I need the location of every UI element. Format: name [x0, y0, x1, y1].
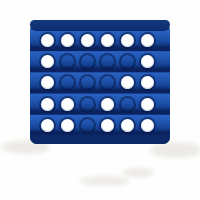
empty-hole [141, 76, 154, 89]
cell-r2c5[interactable] [117, 51, 137, 72]
empty-hole [121, 119, 134, 132]
cell-r1c1[interactable] [37, 30, 57, 51]
red-loose-ball [0, 21, 11, 32]
cell-r3c2[interactable] [57, 72, 77, 93]
empty-hole [101, 34, 114, 47]
cell-r4c5[interactable] [117, 94, 137, 115]
red-loose-ball [0, 0, 10, 10]
connect-four-board [30, 20, 170, 144]
empty-hole [101, 98, 114, 111]
empty-hole [121, 76, 134, 89]
empty-hole [61, 34, 74, 47]
cell-r3c1[interactable] [37, 72, 57, 93]
red-loose-ball [0, 65, 10, 75]
inflatable-connect-four-scene [0, 0, 200, 200]
empty-hole [41, 34, 54, 47]
red-loose-ball [0, 86, 10, 96]
cell-r1c3[interactable] [77, 30, 97, 51]
empty-hole [121, 34, 134, 47]
red-loose-ball [0, 75, 11, 86]
cell-r5c1[interactable] [37, 115, 57, 136]
cell-r5c3[interactable] [77, 115, 97, 136]
cell-r2c2[interactable] [57, 51, 77, 72]
empty-hole [141, 119, 154, 132]
empty-hole [141, 98, 154, 111]
right-base-shadow [150, 142, 200, 158]
cell-r4c4[interactable] [97, 94, 117, 115]
cell-r1c5[interactable] [117, 30, 137, 51]
cell-r4c1[interactable] [37, 94, 57, 115]
red-loose-ball [0, 108, 11, 119]
red-ball [81, 76, 94, 89]
green-ball [81, 119, 94, 132]
empty-hole [41, 76, 54, 89]
cell-r5c2[interactable] [57, 115, 77, 136]
cell-r3c3[interactable] [77, 72, 97, 93]
red-loose-ball [0, 130, 11, 141]
empty-hole [141, 55, 154, 68]
cell-r2c1[interactable] [37, 51, 57, 72]
cell-r2c4[interactable] [97, 51, 117, 72]
red-loose-ball [0, 119, 11, 130]
board-grid [37, 30, 157, 136]
green-ball [121, 98, 134, 111]
red-ball [61, 55, 74, 68]
empty-hole [41, 119, 54, 132]
cell-r4c6[interactable] [137, 94, 157, 115]
cell-r1c4[interactable] [97, 30, 117, 51]
cell-r4c2[interactable] [57, 94, 77, 115]
red-ball [101, 76, 114, 89]
cell-r4c3[interactable] [77, 94, 97, 115]
yellow-loose-ball [0, 191, 11, 200]
empty-hole [101, 119, 114, 132]
empty-hole [41, 98, 54, 111]
cell-r5c4[interactable] [97, 115, 117, 136]
cell-r3c4[interactable] [97, 72, 117, 93]
cell-r2c6[interactable] [137, 51, 157, 72]
red-loose-ball [0, 10, 11, 21]
cell-r1c2[interactable] [57, 30, 77, 51]
yellow-loose-ball [0, 171, 10, 181]
green-ball [61, 76, 74, 89]
green-ball [121, 55, 134, 68]
cell-r5c6[interactable] [137, 115, 157, 136]
cell-r3c6[interactable] [137, 72, 157, 93]
yellow-loose-ball [0, 181, 10, 191]
red-loose-ball [0, 54, 11, 65]
board-bottom-edge [30, 135, 170, 144]
red-balls-shadow [80, 176, 130, 186]
red-loose-ball [0, 97, 11, 108]
cell-r1c6[interactable] [137, 30, 157, 51]
yellow-balls-shadow [122, 168, 154, 177]
cell-r3c5[interactable] [117, 72, 137, 93]
empty-hole [41, 55, 54, 68]
yellow-loose-ball [0, 161, 11, 172]
empty-hole [61, 98, 74, 111]
empty-hole [61, 119, 74, 132]
red-loose-ball [0, 43, 11, 54]
red-loose-ball [0, 32, 10, 42]
cell-r2c3[interactable] [77, 51, 97, 72]
cell-r5c5[interactable] [117, 115, 137, 136]
red-ball [81, 98, 94, 111]
red-ball [81, 55, 94, 68]
empty-hole [81, 34, 94, 47]
empty-hole [141, 34, 154, 47]
green-ball [101, 55, 114, 68]
